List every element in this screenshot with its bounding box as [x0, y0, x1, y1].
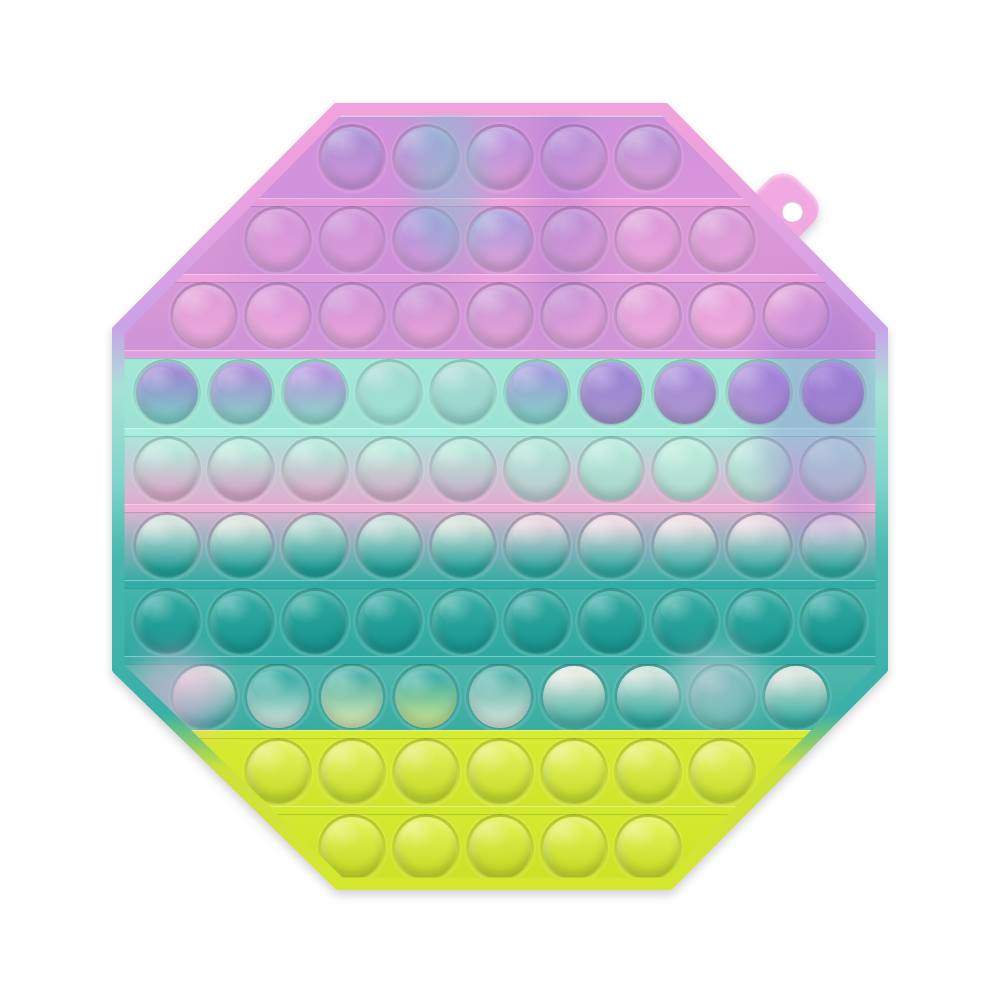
- bubble-dome: [247, 666, 309, 728]
- bubble[interactable]: [170, 663, 238, 731]
- bubble-dome: [284, 515, 346, 577]
- bubble-dome: [543, 817, 605, 879]
- bubble[interactable]: [577, 359, 645, 427]
- bubble[interactable]: [651, 436, 719, 504]
- bubble-dome: [210, 515, 272, 577]
- bubble-dome: [173, 285, 235, 347]
- bubble-dome: [617, 285, 679, 347]
- bubble[interactable]: [318, 738, 386, 806]
- bubble[interactable]: [799, 512, 867, 580]
- bubble[interactable]: [207, 359, 275, 427]
- bubble-dome: [654, 439, 716, 501]
- bubble-dome: [247, 285, 309, 347]
- bubble-dome: [321, 285, 383, 347]
- popit-body: [112, 103, 888, 890]
- bubble-dome: [469, 666, 531, 728]
- row-ridge: [112, 656, 888, 664]
- bubble-dome: [506, 515, 568, 577]
- bubble[interactable]: [725, 359, 793, 427]
- bubble[interactable]: [725, 588, 793, 656]
- bubble-dome: [210, 439, 272, 501]
- row-ridge: [112, 274, 888, 282]
- bubble[interactable]: [207, 436, 275, 504]
- bubble-dome: [506, 439, 568, 501]
- bubble[interactable]: [318, 124, 386, 192]
- bubble-dome: [136, 439, 198, 501]
- bubble[interactable]: [540, 814, 608, 882]
- bubble[interactable]: [540, 282, 608, 350]
- bubble[interactable]: [392, 206, 460, 274]
- bubble-dome: [432, 515, 494, 577]
- bubble[interactable]: [614, 738, 682, 806]
- bubble[interactable]: [281, 512, 349, 580]
- bubble[interactable]: [355, 359, 423, 427]
- bubble[interactable]: [318, 814, 386, 882]
- bubble[interactable]: [503, 588, 571, 656]
- bubble[interactable]: [207, 512, 275, 580]
- bubble[interactable]: [244, 663, 312, 731]
- bubble-dome: [247, 741, 309, 803]
- bubble-dome: [654, 362, 716, 424]
- bubble-dome: [432, 362, 494, 424]
- bubble[interactable]: [577, 436, 645, 504]
- bubble-dome: [617, 127, 679, 189]
- bubble[interactable]: [207, 588, 275, 656]
- bubble-dome: [691, 666, 753, 728]
- bubble-dome: [469, 127, 531, 189]
- bubble[interactable]: [614, 663, 682, 731]
- bubble[interactable]: [355, 436, 423, 504]
- bubble[interactable]: [688, 206, 756, 274]
- bubble-row-4: [112, 350, 888, 428]
- bubble[interactable]: [540, 206, 608, 274]
- bubble-dome: [580, 439, 642, 501]
- bubble[interactable]: [799, 359, 867, 427]
- bubble[interactable]: [651, 359, 719, 427]
- bubble-dome: [321, 666, 383, 728]
- bubble[interactable]: [355, 588, 423, 656]
- bubble[interactable]: [540, 124, 608, 192]
- bubble[interactable]: [614, 282, 682, 350]
- bubble[interactable]: [799, 436, 867, 504]
- bubble-dome: [358, 515, 420, 577]
- bubble-row-6: [112, 504, 888, 580]
- bubble-dome: [506, 362, 568, 424]
- row-ridge: [112, 428, 888, 436]
- bubble-dome: [395, 741, 457, 803]
- bubble-dome: [321, 209, 383, 271]
- bubble[interactable]: [281, 436, 349, 504]
- bubble[interactable]: [392, 282, 460, 350]
- bubble-dome: [654, 515, 716, 577]
- bubble-dome: [691, 285, 753, 347]
- bubble-dome: [284, 362, 346, 424]
- hang-tab-hole: [782, 201, 803, 222]
- bubble-dome: [543, 209, 605, 271]
- bubble[interactable]: [244, 282, 312, 350]
- bubble-dome: [580, 515, 642, 577]
- bubble[interactable]: [170, 282, 238, 350]
- bubble[interactable]: [466, 206, 534, 274]
- bubble-dome: [395, 209, 457, 271]
- bubble[interactable]: [503, 512, 571, 580]
- bubble[interactable]: [651, 512, 719, 580]
- bubble-dome: [210, 591, 272, 653]
- bubble-dome: [802, 439, 864, 501]
- bubble[interactable]: [799, 588, 867, 656]
- row-ridge: [112, 504, 888, 512]
- bubble-dome: [728, 591, 790, 653]
- bubble[interactable]: [318, 206, 386, 274]
- bubble-dome: [469, 209, 531, 271]
- bubble[interactable]: [392, 663, 460, 731]
- bubble-dome: [543, 285, 605, 347]
- bubble[interactable]: [318, 282, 386, 350]
- bubble[interactable]: [688, 663, 756, 731]
- bubble-dome: [321, 127, 383, 189]
- bubble-dome: [802, 591, 864, 653]
- bubble[interactable]: [577, 588, 645, 656]
- bubble-dome: [469, 817, 531, 879]
- bubble-dome: [247, 209, 309, 271]
- bubble-dome: [765, 666, 827, 728]
- bubble-dome: [728, 362, 790, 424]
- bubble-dome: [691, 209, 753, 271]
- bubble[interactable]: [244, 738, 312, 806]
- bubble-row-3: [112, 274, 888, 350]
- bubble-dome: [395, 817, 457, 879]
- bubble[interactable]: [281, 588, 349, 656]
- bubble[interactable]: [466, 282, 534, 350]
- bubble-row-5: [112, 428, 888, 504]
- bubble-dome: [358, 362, 420, 424]
- bubble-dome: [432, 591, 494, 653]
- row-ridge: [112, 730, 888, 738]
- bubble[interactable]: [614, 206, 682, 274]
- bubble-row-7: [112, 580, 888, 656]
- bubble-dome: [358, 439, 420, 501]
- bubble-dome: [617, 741, 679, 803]
- bubble-dome: [580, 362, 642, 424]
- bubble[interactable]: [540, 738, 608, 806]
- bubble-dome: [173, 666, 235, 728]
- bubble-dome: [691, 741, 753, 803]
- bubble-dome: [284, 591, 346, 653]
- bubble-dome: [728, 515, 790, 577]
- bubble[interactable]: [429, 359, 497, 427]
- bubble-dome: [802, 515, 864, 577]
- bubble-dome: [395, 127, 457, 189]
- bubble-dome: [395, 285, 457, 347]
- bubble-dome: [617, 209, 679, 271]
- bubble-dome: [321, 817, 383, 879]
- bubble[interactable]: [688, 738, 756, 806]
- row-ridge: [112, 350, 888, 358]
- bubble-dome: [765, 285, 827, 347]
- bubble[interactable]: [466, 663, 534, 731]
- bubble[interactable]: [429, 436, 497, 504]
- bubble[interactable]: [392, 124, 460, 192]
- bubble-dome: [654, 591, 716, 653]
- bubble[interactable]: [244, 206, 312, 274]
- bubble-dome: [136, 591, 198, 653]
- bubble-dome: [543, 741, 605, 803]
- popit-toy: [0, 0, 1001, 1001]
- bubble[interactable]: [133, 359, 201, 427]
- popit-product-photo: [0, 0, 1001, 1001]
- bubble-dome: [802, 362, 864, 424]
- bubble-dome: [580, 591, 642, 653]
- bubble[interactable]: [503, 436, 571, 504]
- bubble[interactable]: [318, 663, 386, 731]
- bubble[interactable]: [466, 124, 534, 192]
- bubble[interactable]: [577, 512, 645, 580]
- bubble[interactable]: [281, 359, 349, 427]
- bubble[interactable]: [133, 588, 201, 656]
- bubble-dome: [543, 127, 605, 189]
- bubble[interactable]: [466, 738, 534, 806]
- bubble-dome: [469, 741, 531, 803]
- bubble-dome: [210, 362, 272, 424]
- bubble[interactable]: [725, 436, 793, 504]
- bubble-dome: [469, 285, 531, 347]
- bubble[interactable]: [688, 282, 756, 350]
- bubble[interactable]: [540, 663, 608, 731]
- bubble[interactable]: [466, 814, 534, 882]
- bubble-dome: [728, 439, 790, 501]
- bubble[interactable]: [392, 814, 460, 882]
- bubble-dome: [358, 591, 420, 653]
- bubble-dome: [506, 591, 568, 653]
- bubble[interactable]: [503, 359, 571, 427]
- bubble[interactable]: [614, 814, 682, 882]
- bubble-dome: [321, 741, 383, 803]
- bubble[interactable]: [429, 588, 497, 656]
- row-ridge: [112, 806, 888, 814]
- bubble-dome: [617, 817, 679, 879]
- row-ridge: [112, 580, 888, 588]
- bubble-row-8: [112, 656, 888, 730]
- bubble-dome: [617, 666, 679, 728]
- bubble-dome: [284, 439, 346, 501]
- bubble-dome: [432, 439, 494, 501]
- bubble[interactable]: [762, 282, 830, 350]
- bubble-dome: [543, 666, 605, 728]
- bubble[interactable]: [133, 436, 201, 504]
- bubble[interactable]: [614, 124, 682, 192]
- bubble-dome: [395, 666, 457, 728]
- bubble[interactable]: [429, 512, 497, 580]
- bubble[interactable]: [762, 663, 830, 731]
- bubble[interactable]: [651, 588, 719, 656]
- bubble[interactable]: [355, 512, 423, 580]
- bubble[interactable]: [133, 512, 201, 580]
- bubble[interactable]: [392, 738, 460, 806]
- bubble-row-9: [112, 730, 888, 806]
- bubble-row-10: [112, 806, 888, 882]
- bubble-dome: [136, 515, 198, 577]
- bubble[interactable]: [725, 512, 793, 580]
- bubble-dome: [136, 362, 198, 424]
